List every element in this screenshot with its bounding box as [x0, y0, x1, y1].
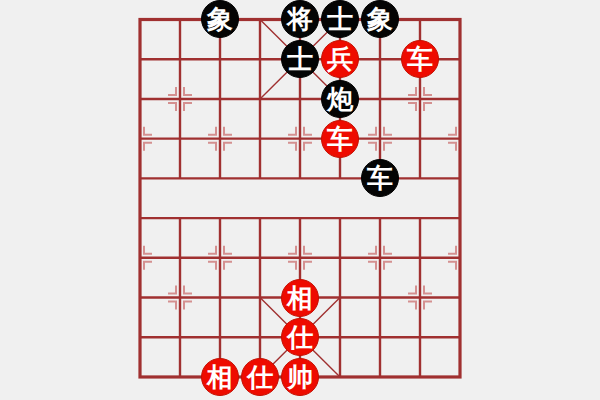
red-chariot[interactable]: 车 [401, 40, 439, 78]
black-advisor[interactable]: 士 [321, 0, 359, 38]
black-general[interactable]: 将 [281, 0, 319, 38]
red-advisor[interactable]: 仕 [241, 358, 279, 396]
black-elephant[interactable]: 象 [201, 0, 239, 38]
black-elephant[interactable]: 象 [361, 0, 399, 38]
red-general[interactable]: 帅 [281, 358, 319, 396]
pieces-layer: 象将士象士兵车炮车车相仕相仕帅 [120, 0, 480, 397]
black-cannon[interactable]: 炮 [321, 80, 359, 118]
red-elephant[interactable]: 相 [201, 358, 239, 396]
red-advisor[interactable]: 仕 [281, 318, 319, 356]
xiangqi-board: 象将士象士兵车炮车车相仕相仕帅 [0, 0, 600, 400]
red-elephant[interactable]: 相 [281, 279, 319, 317]
black-chariot[interactable]: 车 [361, 159, 399, 197]
red-chariot[interactable]: 车 [321, 120, 359, 158]
black-advisor[interactable]: 士 [281, 40, 319, 78]
red-soldier[interactable]: 兵 [321, 40, 359, 78]
